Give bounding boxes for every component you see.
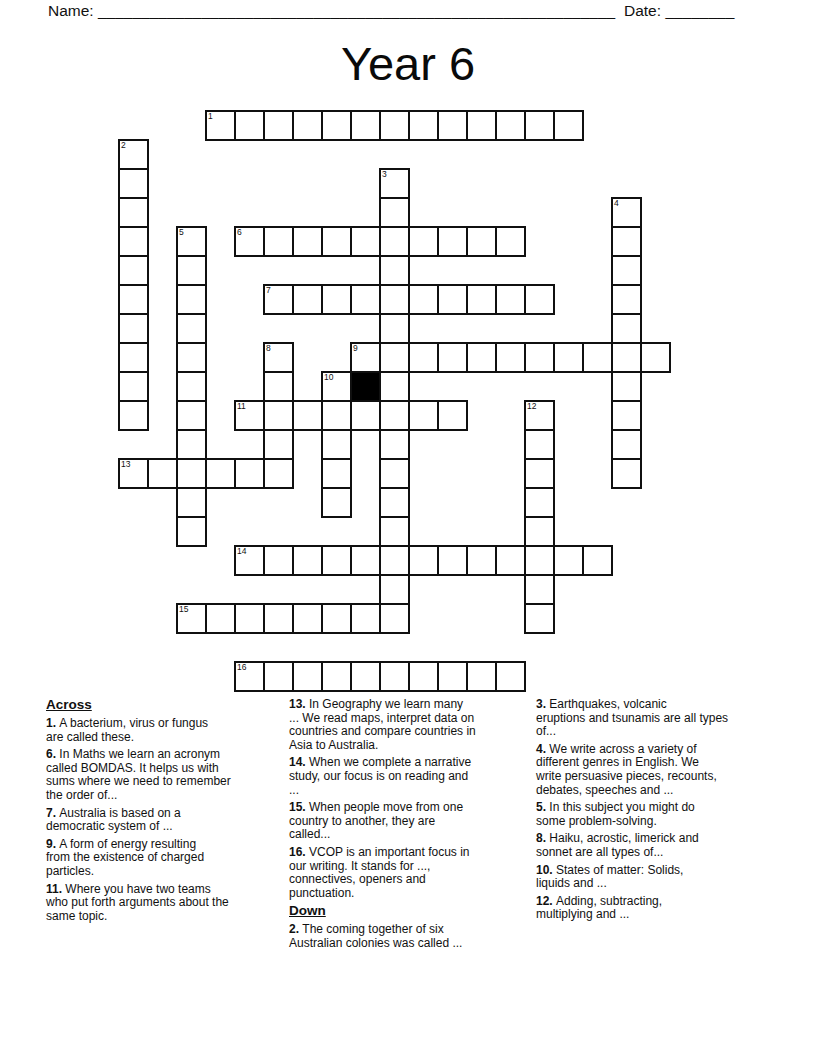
grid-cell[interactable] — [292, 603, 323, 634]
grid-cell[interactable] — [379, 371, 410, 402]
grid-cell[interactable] — [292, 661, 323, 692]
grid-cell[interactable] — [408, 661, 439, 692]
grid-cell[interactable] — [524, 516, 555, 547]
clue-item-4: 4. We write across a variety of differen… — [536, 743, 782, 797]
clue-item-5: 5. In this subject you might do some pro… — [536, 801, 782, 828]
clues-heading-down: Down — [289, 904, 535, 918]
grid-cell[interactable] — [524, 458, 555, 489]
grid-cell[interactable] — [582, 342, 613, 373]
grid-cell[interactable] — [234, 603, 265, 634]
crossword-grid: 12345678910111213141516 — [118, 110, 671, 692]
clue-item-13: 13. In Geography we learn many ... We re… — [289, 698, 535, 752]
grid-cell[interactable] — [292, 284, 323, 315]
grid-cell[interactable] — [176, 458, 207, 489]
grid-cell[interactable] — [379, 342, 410, 373]
grid-cell[interactable] — [553, 545, 584, 576]
grid-cell[interactable] — [118, 168, 149, 199]
grid-cell[interactable] — [408, 545, 439, 576]
grid-cell[interactable] — [553, 342, 584, 373]
grid-cell[interactable] — [379, 429, 410, 460]
grid-cell[interactable] — [263, 603, 294, 634]
page-title: Year 6 — [0, 36, 816, 91]
grid-cell[interactable] — [176, 226, 207, 257]
clue-item-10: 10. States of matter: Solids, liquids an… — [536, 864, 782, 891]
clue-item-text: In Maths we learn an acronym called BOMD… — [46, 747, 231, 802]
grid-cell[interactable] — [321, 284, 352, 315]
grid-cell[interactable] — [350, 400, 381, 431]
grid-cell[interactable] — [437, 661, 468, 692]
grid-cell[interactable] — [321, 545, 352, 576]
grid-cell[interactable] — [495, 110, 526, 141]
grid-cell[interactable] — [379, 284, 410, 315]
grid-cell[interactable] — [379, 661, 410, 692]
clue-item-6: 6. In Maths we learn an acronym called B… — [46, 748, 288, 802]
clue-item-number: 11. — [46, 882, 65, 896]
date-field: Date: ________ — [624, 2, 734, 20]
clue-item-text: Where you have two teams who put forth a… — [46, 882, 229, 923]
clue-item-text: In this subject you might do some proble… — [536, 800, 695, 828]
clue-item-9: 9. A form of energy resulting from the e… — [46, 838, 288, 879]
grid-cell[interactable] — [263, 226, 294, 257]
clue-item-text: The coming together of six Australian co… — [289, 922, 462, 950]
grid-cell[interactable] — [524, 429, 555, 460]
grid-cell[interactable] — [611, 226, 642, 257]
clues-heading-across: Across — [46, 698, 288, 712]
grid-cell[interactable] — [350, 284, 381, 315]
grid-cell[interactable] — [234, 110, 265, 141]
grid-cell[interactable] — [495, 545, 526, 576]
clue-item-number: 1. — [46, 716, 59, 730]
grid-cell[interactable] — [466, 284, 497, 315]
grid-cell[interactable] — [408, 110, 439, 141]
grid-cell[interactable] — [553, 110, 584, 141]
clue-column-down: 3. Earthquakes, volcanic eruptions and t… — [536, 698, 782, 926]
grid-cell[interactable] — [379, 168, 410, 199]
grid-cell[interactable] — [437, 342, 468, 373]
grid-cell[interactable] — [495, 284, 526, 315]
clue-item-number: 16. — [289, 845, 309, 859]
grid-cell[interactable] — [437, 110, 468, 141]
grid-cell[interactable] — [205, 458, 236, 489]
grid-cell[interactable] — [611, 342, 642, 373]
grid-cell[interactable] — [118, 284, 149, 315]
grid-cell[interactable] — [611, 255, 642, 286]
grid-cell[interactable] — [234, 400, 265, 431]
grid-cell[interactable] — [611, 284, 642, 315]
grid-cell[interactable] — [118, 197, 149, 228]
grid-cell[interactable] — [321, 429, 352, 460]
grid-cell[interactable] — [350, 110, 381, 141]
clue-column-across: Across1. A bacterium, virus or fungus ar… — [46, 698, 288, 927]
clue-item-number: 6. — [46, 747, 59, 761]
grid-cell[interactable] — [118, 139, 149, 170]
grid-cell[interactable] — [408, 284, 439, 315]
grid-cell[interactable] — [379, 226, 410, 257]
clue-item-text: A bacterium, virus or fungus are called … — [46, 716, 208, 744]
grid-cell[interactable] — [118, 255, 149, 286]
clue-item-16: 16. VCOP is an important focus in our wr… — [289, 846, 535, 900]
grid-cell[interactable] — [611, 429, 642, 460]
grid-cell[interactable] — [176, 400, 207, 431]
grid-cell[interactable] — [205, 603, 236, 634]
grid-cell[interactable] — [263, 110, 294, 141]
grid-cell[interactable] — [118, 400, 149, 431]
grid-cell[interactable] — [176, 342, 207, 373]
grid-cell[interactable] — [263, 342, 294, 373]
clue-item-text: States of matter: Solids, liquids and ..… — [536, 863, 683, 891]
grid-cell[interactable] — [321, 110, 352, 141]
clue-item-text: VCOP is an important focus in our writin… — [289, 845, 470, 900]
grid-cell[interactable] — [321, 400, 352, 431]
grid-cell[interactable] — [379, 197, 410, 228]
grid-cell[interactable] — [292, 400, 323, 431]
clue-item-text: When we complete a narrative study, our … — [289, 755, 471, 796]
grid-cell[interactable] — [263, 371, 294, 402]
grid-cell[interactable] — [611, 400, 642, 431]
grid-cell[interactable] — [292, 226, 323, 257]
clue-item-number: 3. — [536, 697, 549, 711]
clue-item-number: 10. — [536, 863, 556, 877]
grid-cell[interactable] — [350, 545, 381, 576]
clue-item-number: 8. — [536, 831, 549, 845]
grid-cell[interactable] — [263, 400, 294, 431]
name-label: Name: — [48, 2, 94, 19]
grid-cell[interactable] — [234, 661, 265, 692]
grid-cell[interactable] — [176, 313, 207, 344]
clue-item-3: 3. Earthquakes, volcanic eruptions and t… — [536, 698, 782, 739]
clue-item-text: In Geography we learn many ... We read m… — [289, 697, 476, 752]
clue-item-number: 12. — [536, 894, 556, 908]
clue-item-number: 7. — [46, 806, 59, 820]
clue-item-14: 14. When we complete a narrative study, … — [289, 756, 535, 797]
clue-item-number: 5. — [536, 800, 549, 814]
grid-cell[interactable] — [524, 110, 555, 141]
grid-cell[interactable] — [263, 429, 294, 460]
grid-cell[interactable] — [321, 226, 352, 257]
grid-cell[interactable] — [611, 313, 642, 344]
grid-cell[interactable] — [582, 545, 613, 576]
grid-cell[interactable] — [466, 110, 497, 141]
grid-cell[interactable] — [263, 545, 294, 576]
grid-cell[interactable] — [118, 226, 149, 257]
grid-cell[interactable] — [350, 603, 381, 634]
grid-cell[interactable] — [524, 400, 555, 431]
grid-cell[interactable] — [524, 574, 555, 605]
grid-cell[interactable] — [176, 371, 207, 402]
grid-cell[interactable] — [466, 661, 497, 692]
grid-cell[interactable] — [292, 545, 323, 576]
grid-cell[interactable] — [379, 545, 410, 576]
grid-cell[interactable] — [379, 603, 410, 634]
grid-cell[interactable] — [495, 342, 526, 373]
clue-item-7: 7. Australia is based on a democratic sy… — [46, 807, 288, 834]
grid-cell[interactable] — [321, 487, 352, 518]
date-blank-line[interactable]: ________ — [665, 2, 734, 19]
grid-cell[interactable] — [350, 661, 381, 692]
grid-cell[interactable] — [495, 226, 526, 257]
grid-cell[interactable] — [321, 371, 352, 402]
grid-cell[interactable] — [640, 342, 671, 373]
grid-cell[interactable] — [379, 400, 410, 431]
grid-cell[interactable] — [321, 458, 352, 489]
clue-item-text: Australia is based on a democratic syste… — [46, 806, 181, 834]
grid-cell[interactable] — [118, 313, 149, 344]
clue-item-number: 14. — [289, 755, 309, 769]
clue-item-text: We write across a variety of different g… — [536, 742, 717, 797]
grid-cell[interactable] — [495, 661, 526, 692]
grid-cell[interactable] — [118, 371, 149, 402]
grid-cell[interactable] — [234, 545, 265, 576]
grid-cell[interactable] — [379, 574, 410, 605]
grid-cell[interactable] — [408, 342, 439, 373]
clue-item-text: When people move from one country to ano… — [289, 800, 463, 841]
worksheet-page: Name: __________________________________… — [0, 0, 816, 1056]
grid-cell[interactable] — [118, 342, 149, 373]
grid-cell[interactable] — [176, 429, 207, 460]
grid-cell[interactable] — [118, 458, 149, 489]
grid-cell[interactable] — [524, 487, 555, 518]
grid-cell[interactable] — [263, 284, 294, 315]
clue-item-15: 15. When people move from one country to… — [289, 801, 535, 842]
grid-cell[interactable] — [176, 603, 207, 634]
grid-cell[interactable] — [437, 545, 468, 576]
clue-item-text: Earthquakes, volcanic eruptions and tsun… — [536, 697, 728, 738]
grid-cell[interactable] — [379, 458, 410, 489]
grid-cell[interactable] — [437, 284, 468, 315]
grid-cell[interactable] — [321, 661, 352, 692]
grid-cell[interactable] — [437, 226, 468, 257]
date-label: Date: — [624, 2, 661, 19]
grid-cell[interactable] — [176, 487, 207, 518]
grid-cell[interactable] — [611, 197, 642, 228]
grid-cell[interactable] — [379, 313, 410, 344]
grid-cell[interactable] — [176, 284, 207, 315]
grid-cell[interactable] — [524, 342, 555, 373]
grid-cell[interactable] — [611, 371, 642, 402]
name-field: Name: __________________________________… — [48, 2, 615, 20]
grid-cell[interactable] — [350, 226, 381, 257]
grid-cell[interactable] — [408, 226, 439, 257]
grid-cell[interactable] — [205, 110, 236, 141]
grid-cell[interactable] — [379, 516, 410, 547]
clue-item-number: 15. — [289, 800, 309, 814]
grid-cell[interactable] — [234, 226, 265, 257]
grid-cell[interactable] — [524, 284, 555, 315]
clue-item-number: 2. — [289, 922, 302, 936]
clue-item-number: 4. — [536, 742, 549, 756]
grid-cell[interactable] — [408, 400, 439, 431]
clue-item-2: 2. The coming together of six Australian… — [289, 923, 535, 950]
clue-item-number: 13. — [289, 697, 309, 711]
clue-item-text: Haiku, acrostic, limerick and sonnet are… — [536, 831, 699, 859]
grid-cell[interactable] — [321, 603, 352, 634]
grid-cell[interactable] — [292, 110, 323, 141]
grid-cell[interactable] — [466, 226, 497, 257]
clue-item-8: 8. Haiku, acrostic, limerick and sonnet … — [536, 832, 782, 859]
black-cell — [350, 371, 381, 402]
grid-cell[interactable] — [263, 458, 294, 489]
clue-item-number: 9. — [46, 837, 59, 851]
grid-cell[interactable] — [524, 545, 555, 576]
clue-item-1: 1. A bacterium, virus or fungus are call… — [46, 717, 288, 744]
grid-cell[interactable] — [524, 603, 555, 634]
grid-cell[interactable] — [466, 545, 497, 576]
grid-cell[interactable] — [466, 342, 497, 373]
grid-cell[interactable] — [379, 110, 410, 141]
clue-item-text: A form of energy resulting from the exis… — [46, 837, 204, 878]
grid-cell[interactable] — [234, 458, 265, 489]
grid-cell[interactable] — [379, 255, 410, 286]
grid-cell[interactable] — [176, 516, 207, 547]
name-blank-line[interactable]: ________________________________________… — [98, 2, 615, 19]
grid-cell[interactable] — [611, 458, 642, 489]
grid-cell[interactable] — [379, 487, 410, 518]
grid-cell[interactable] — [437, 400, 468, 431]
clue-column-middle: 13. In Geography we learn many ... We re… — [289, 698, 535, 955]
grid-cell[interactable] — [176, 255, 207, 286]
grid-cell[interactable] — [147, 458, 178, 489]
grid-cell[interactable] — [350, 342, 381, 373]
grid-cell[interactable] — [263, 661, 294, 692]
clue-item-12: 12. Adding, subtracting, multiplying and… — [536, 895, 782, 922]
clue-item-11: 11. Where you have two teams who put for… — [46, 883, 288, 924]
